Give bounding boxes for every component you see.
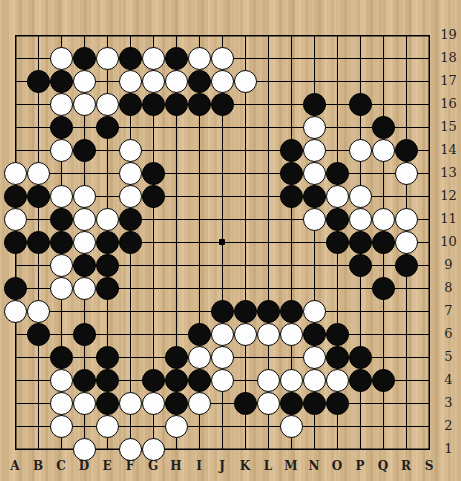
intersection-A8[interactable] [4,277,27,300]
intersection-K9[interactable] [234,254,257,277]
intersection-E1[interactable] [96,438,119,461]
intersection-J18[interactable] [211,47,234,70]
intersection-M6[interactable] [280,323,303,346]
intersection-Q8[interactable] [372,277,395,300]
intersection-F15[interactable] [119,116,142,139]
intersection-G14[interactable] [142,139,165,162]
intersection-J4[interactable] [211,369,234,392]
intersection-D6[interactable] [73,323,96,346]
intersection-A11[interactable] [4,208,27,231]
intersection-Q19[interactable] [372,24,395,47]
intersection-J9[interactable] [211,254,234,277]
intersection-A18[interactable] [4,47,27,70]
intersection-E11[interactable] [96,208,119,231]
intersection-I19[interactable] [188,24,211,47]
intersection-N3[interactable] [303,392,326,415]
intersection-F3[interactable] [119,392,142,415]
intersection-A13[interactable] [4,162,27,185]
intersection-C2[interactable] [50,415,73,438]
intersection-I7[interactable] [188,300,211,323]
intersection-O19[interactable] [326,24,349,47]
intersection-P6[interactable] [349,323,372,346]
intersection-N16[interactable] [303,93,326,116]
intersection-K13[interactable] [234,162,257,185]
intersection-O6[interactable] [326,323,349,346]
intersection-F19[interactable] [119,24,142,47]
intersection-D11[interactable] [73,208,96,231]
intersection-N13[interactable] [303,162,326,185]
intersection-H14[interactable] [165,139,188,162]
intersection-O3[interactable] [326,392,349,415]
intersection-F6[interactable] [119,323,142,346]
intersection-O5[interactable] [326,346,349,369]
intersection-R13[interactable] [395,162,418,185]
intersection-A12[interactable] [4,185,27,208]
intersection-Q4[interactable] [372,369,395,392]
intersection-N12[interactable] [303,185,326,208]
intersection-R16[interactable] [395,93,418,116]
intersection-I15[interactable] [188,116,211,139]
intersection-C14[interactable] [50,139,73,162]
intersection-P1[interactable] [349,438,372,461]
intersection-Q1[interactable] [372,438,395,461]
intersection-C18[interactable] [50,47,73,70]
intersection-B4[interactable] [27,369,50,392]
intersection-J16[interactable] [211,93,234,116]
intersection-A14[interactable] [4,139,27,162]
intersection-F17[interactable] [119,70,142,93]
intersection-L7[interactable] [257,300,280,323]
intersection-M4[interactable] [280,369,303,392]
intersection-L15[interactable] [257,116,280,139]
intersection-E18[interactable] [96,47,119,70]
intersection-A15[interactable] [4,116,27,139]
intersection-L18[interactable] [257,47,280,70]
intersection-P2[interactable] [349,415,372,438]
intersection-C11[interactable] [50,208,73,231]
intersection-E8[interactable] [96,277,119,300]
intersection-R8[interactable] [395,277,418,300]
intersection-R4[interactable] [395,369,418,392]
intersection-J19[interactable] [211,24,234,47]
intersection-P10[interactable] [349,231,372,254]
intersection-R15[interactable] [395,116,418,139]
intersection-C15[interactable] [50,116,73,139]
intersection-Q6[interactable] [372,323,395,346]
intersection-G10[interactable] [142,231,165,254]
intersection-J11[interactable] [211,208,234,231]
intersection-Q18[interactable] [372,47,395,70]
intersection-G15[interactable] [142,116,165,139]
intersection-K19[interactable] [234,24,257,47]
intersection-D13[interactable] [73,162,96,185]
intersection-D18[interactable] [73,47,96,70]
intersection-Q14[interactable] [372,139,395,162]
intersection-H18[interactable] [165,47,188,70]
intersection-E4[interactable] [96,369,119,392]
intersection-N19[interactable] [303,24,326,47]
intersection-F12[interactable] [119,185,142,208]
intersection-E12[interactable] [96,185,119,208]
intersection-R12[interactable] [395,185,418,208]
intersection-H15[interactable] [165,116,188,139]
intersection-C7[interactable] [50,300,73,323]
intersection-N15[interactable] [303,116,326,139]
intersection-A17[interactable] [4,70,27,93]
intersection-M13[interactable] [280,162,303,185]
intersection-D10[interactable] [73,231,96,254]
intersection-J15[interactable] [211,116,234,139]
intersection-P13[interactable] [349,162,372,185]
intersection-J14[interactable] [211,139,234,162]
intersection-C10[interactable] [50,231,73,254]
intersection-I8[interactable] [188,277,211,300]
intersection-D4[interactable] [73,369,96,392]
intersection-A7[interactable] [4,300,27,323]
intersection-F11[interactable] [119,208,142,231]
intersection-O8[interactable] [326,277,349,300]
intersection-P19[interactable] [349,24,372,47]
intersection-K4[interactable] [234,369,257,392]
intersection-H19[interactable] [165,24,188,47]
intersection-O10[interactable] [326,231,349,254]
intersection-O1[interactable] [326,438,349,461]
intersection-B19[interactable] [27,24,50,47]
intersection-B15[interactable] [27,116,50,139]
intersection-G6[interactable] [142,323,165,346]
intersection-K5[interactable] [234,346,257,369]
intersection-L9[interactable] [257,254,280,277]
intersection-H3[interactable] [165,392,188,415]
intersection-M14[interactable] [280,139,303,162]
intersection-J7[interactable] [211,300,234,323]
intersection-F7[interactable] [119,300,142,323]
intersection-J2[interactable] [211,415,234,438]
intersection-E6[interactable] [96,323,119,346]
intersection-P14[interactable] [349,139,372,162]
intersection-O14[interactable] [326,139,349,162]
intersection-P17[interactable] [349,70,372,93]
intersection-D5[interactable] [73,346,96,369]
intersection-B9[interactable] [27,254,50,277]
intersection-B8[interactable] [27,277,50,300]
intersection-B18[interactable] [27,47,50,70]
intersection-P4[interactable] [349,369,372,392]
intersection-J12[interactable] [211,185,234,208]
intersection-I1[interactable] [188,438,211,461]
intersection-B16[interactable] [27,93,50,116]
intersection-L17[interactable] [257,70,280,93]
intersection-G13[interactable] [142,162,165,185]
intersection-Q12[interactable] [372,185,395,208]
intersection-A2[interactable] [4,415,27,438]
intersection-G1[interactable] [142,438,165,461]
intersection-L3[interactable] [257,392,280,415]
intersection-E19[interactable] [96,24,119,47]
intersection-O13[interactable] [326,162,349,185]
intersection-K7[interactable] [234,300,257,323]
intersection-N5[interactable] [303,346,326,369]
intersection-K1[interactable] [234,438,257,461]
intersection-L4[interactable] [257,369,280,392]
intersection-G5[interactable] [142,346,165,369]
intersection-P18[interactable] [349,47,372,70]
intersection-L8[interactable] [257,277,280,300]
intersection-M1[interactable] [280,438,303,461]
intersection-A1[interactable] [4,438,27,461]
intersection-B10[interactable] [27,231,50,254]
intersection-K6[interactable] [234,323,257,346]
intersection-O9[interactable] [326,254,349,277]
intersection-E2[interactable] [96,415,119,438]
intersection-I3[interactable] [188,392,211,415]
intersection-M11[interactable] [280,208,303,231]
intersection-C9[interactable] [50,254,73,277]
intersection-H8[interactable] [165,277,188,300]
intersection-G11[interactable] [142,208,165,231]
intersection-K17[interactable] [234,70,257,93]
intersection-N9[interactable] [303,254,326,277]
intersection-R9[interactable] [395,254,418,277]
intersection-E3[interactable] [96,392,119,415]
intersection-M18[interactable] [280,47,303,70]
intersection-O16[interactable] [326,93,349,116]
intersection-F10[interactable] [119,231,142,254]
intersection-I4[interactable] [188,369,211,392]
intersection-N2[interactable] [303,415,326,438]
intersection-L19[interactable] [257,24,280,47]
intersection-N10[interactable] [303,231,326,254]
intersection-N14[interactable] [303,139,326,162]
intersection-I11[interactable] [188,208,211,231]
intersection-G3[interactable] [142,392,165,415]
intersection-J3[interactable] [211,392,234,415]
intersection-D7[interactable] [73,300,96,323]
intersection-I16[interactable] [188,93,211,116]
intersection-I14[interactable] [188,139,211,162]
intersection-H2[interactable] [165,415,188,438]
intersection-B3[interactable] [27,392,50,415]
intersection-L14[interactable] [257,139,280,162]
intersection-M8[interactable] [280,277,303,300]
intersection-M5[interactable] [280,346,303,369]
intersection-H9[interactable] [165,254,188,277]
intersection-A5[interactable] [4,346,27,369]
intersection-P11[interactable] [349,208,372,231]
intersection-H13[interactable] [165,162,188,185]
intersection-D2[interactable] [73,415,96,438]
intersection-L1[interactable] [257,438,280,461]
intersection-J6[interactable] [211,323,234,346]
intersection-L5[interactable] [257,346,280,369]
intersection-H10[interactable] [165,231,188,254]
intersection-D19[interactable] [73,24,96,47]
intersection-O11[interactable] [326,208,349,231]
intersection-P15[interactable] [349,116,372,139]
intersection-N6[interactable] [303,323,326,346]
intersection-N17[interactable] [303,70,326,93]
intersection-O4[interactable] [326,369,349,392]
intersection-R2[interactable] [395,415,418,438]
intersection-B5[interactable] [27,346,50,369]
intersection-J1[interactable] [211,438,234,461]
intersection-K14[interactable] [234,139,257,162]
intersection-C19[interactable] [50,24,73,47]
intersection-G18[interactable] [142,47,165,70]
intersection-A3[interactable] [4,392,27,415]
intersection-H16[interactable] [165,93,188,116]
intersection-A6[interactable] [4,323,27,346]
intersection-M12[interactable] [280,185,303,208]
intersection-D8[interactable] [73,277,96,300]
intersection-D9[interactable] [73,254,96,277]
intersection-E13[interactable] [96,162,119,185]
intersection-G7[interactable] [142,300,165,323]
intersection-B14[interactable] [27,139,50,162]
intersection-K11[interactable] [234,208,257,231]
intersection-C13[interactable] [50,162,73,185]
intersection-R1[interactable] [395,438,418,461]
intersection-F8[interactable] [119,277,142,300]
intersection-D12[interactable] [73,185,96,208]
intersection-E7[interactable] [96,300,119,323]
intersection-B11[interactable] [27,208,50,231]
intersection-R7[interactable] [395,300,418,323]
intersection-J8[interactable] [211,277,234,300]
intersection-H1[interactable] [165,438,188,461]
intersection-Q3[interactable] [372,392,395,415]
intersection-H5[interactable] [165,346,188,369]
intersection-F1[interactable] [119,438,142,461]
intersection-A9[interactable] [4,254,27,277]
intersection-E10[interactable] [96,231,119,254]
intersection-M7[interactable] [280,300,303,323]
intersection-G2[interactable] [142,415,165,438]
intersection-K15[interactable] [234,116,257,139]
intersection-N18[interactable] [303,47,326,70]
intersection-J17[interactable] [211,70,234,93]
intersection-M2[interactable] [280,415,303,438]
intersection-R6[interactable] [395,323,418,346]
intersection-Q15[interactable] [372,116,395,139]
intersection-Q16[interactable] [372,93,395,116]
intersection-J5[interactable] [211,346,234,369]
intersection-G16[interactable] [142,93,165,116]
intersection-F2[interactable] [119,415,142,438]
intersection-L12[interactable] [257,185,280,208]
intersection-K3[interactable] [234,392,257,415]
intersection-D1[interactable] [73,438,96,461]
intersection-O17[interactable] [326,70,349,93]
intersection-N7[interactable] [303,300,326,323]
intersection-K8[interactable] [234,277,257,300]
intersection-I2[interactable] [188,415,211,438]
intersection-O18[interactable] [326,47,349,70]
intersection-G8[interactable] [142,277,165,300]
intersection-B13[interactable] [27,162,50,185]
intersection-F14[interactable] [119,139,142,162]
intersection-M10[interactable] [280,231,303,254]
intersection-C1[interactable] [50,438,73,461]
intersection-R17[interactable] [395,70,418,93]
intersection-P16[interactable] [349,93,372,116]
intersection-I13[interactable] [188,162,211,185]
intersection-Q17[interactable] [372,70,395,93]
intersection-G12[interactable] [142,185,165,208]
intersection-C8[interactable] [50,277,73,300]
intersection-M19[interactable] [280,24,303,47]
intersection-Q2[interactable] [372,415,395,438]
intersection-E14[interactable] [96,139,119,162]
intersection-L2[interactable] [257,415,280,438]
intersection-B7[interactable] [27,300,50,323]
intersection-C16[interactable] [50,93,73,116]
intersection-I9[interactable] [188,254,211,277]
intersection-J10[interactable] [211,231,234,254]
intersection-M17[interactable] [280,70,303,93]
intersection-E15[interactable] [96,116,119,139]
intersection-L16[interactable] [257,93,280,116]
intersection-C5[interactable] [50,346,73,369]
intersection-P12[interactable] [349,185,372,208]
intersection-M15[interactable] [280,116,303,139]
intersection-F4[interactable] [119,369,142,392]
intersection-M9[interactable] [280,254,303,277]
intersection-E9[interactable] [96,254,119,277]
intersection-F13[interactable] [119,162,142,185]
intersection-F18[interactable] [119,47,142,70]
intersection-H17[interactable] [165,70,188,93]
intersection-Q9[interactable] [372,254,395,277]
intersection-B1[interactable] [27,438,50,461]
intersection-C17[interactable] [50,70,73,93]
intersection-L11[interactable] [257,208,280,231]
intersection-F9[interactable] [119,254,142,277]
intersection-G19[interactable] [142,24,165,47]
intersection-O12[interactable] [326,185,349,208]
intersection-K12[interactable] [234,185,257,208]
intersection-E17[interactable] [96,70,119,93]
intersection-B17[interactable] [27,70,50,93]
intersection-N11[interactable] [303,208,326,231]
intersection-I5[interactable] [188,346,211,369]
intersection-N8[interactable] [303,277,326,300]
intersection-A19[interactable] [4,24,27,47]
intersection-I18[interactable] [188,47,211,70]
intersection-I10[interactable] [188,231,211,254]
intersection-C6[interactable] [50,323,73,346]
intersection-N1[interactable] [303,438,326,461]
intersection-D16[interactable] [73,93,96,116]
intersection-F16[interactable] [119,93,142,116]
intersection-H6[interactable] [165,323,188,346]
intersection-P8[interactable] [349,277,372,300]
intersection-R18[interactable] [395,47,418,70]
intersection-I12[interactable] [188,185,211,208]
intersection-B12[interactable] [27,185,50,208]
intersection-B6[interactable] [27,323,50,346]
intersection-Q5[interactable] [372,346,395,369]
intersection-E16[interactable] [96,93,119,116]
intersection-A16[interactable] [4,93,27,116]
intersection-K10[interactable] [234,231,257,254]
intersection-L10[interactable] [257,231,280,254]
intersection-L6[interactable] [257,323,280,346]
intersection-P9[interactable] [349,254,372,277]
intersection-Q13[interactable] [372,162,395,185]
intersection-D14[interactable] [73,139,96,162]
intersection-I17[interactable] [188,70,211,93]
